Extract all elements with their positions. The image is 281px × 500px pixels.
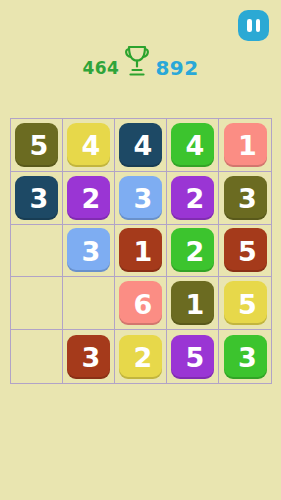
tile-lightblue-3[interactable]: 3 [67, 228, 110, 272]
grid-cell: 4 [115, 119, 167, 172]
tile-green-3[interactable]: 3 [224, 335, 267, 379]
grid-cell [11, 225, 63, 278]
tile-olive-5[interactable]: 5 [15, 123, 58, 167]
tile-salmon-1[interactable]: 1 [224, 123, 267, 167]
grid-cell: 3 [63, 330, 115, 383]
grid-cell: 4 [63, 119, 115, 172]
grid-cell: 3 [219, 172, 271, 225]
tile-yellow-4[interactable]: 4 [67, 123, 110, 167]
tile-purple-2[interactable]: 2 [67, 176, 110, 220]
grid-cell: 1 [167, 277, 219, 330]
tile-green-4[interactable]: 4 [171, 123, 214, 167]
score-display: 464 892 [0, 38, 281, 78]
grid-cell: 3 [63, 225, 115, 278]
tile-purple-5[interactable]: 5 [171, 335, 214, 379]
tile-green-2[interactable]: 2 [171, 228, 214, 272]
tile-darkred-5[interactable]: 5 [224, 228, 267, 272]
tile-lightblue-3[interactable]: 3 [119, 176, 162, 220]
grid-cell: 1 [115, 225, 167, 278]
grid-cell: 3 [115, 172, 167, 225]
grid-cell: 6 [115, 277, 167, 330]
tile-salmon-6[interactable]: 6 [119, 281, 162, 325]
tile-navy-4[interactable]: 4 [119, 123, 162, 167]
tile-olive-3[interactable]: 3 [224, 176, 267, 220]
grid-cell: 2 [115, 330, 167, 383]
grid-cell [63, 277, 115, 330]
grid-cell [11, 277, 63, 330]
tile-yellow-5[interactable]: 5 [224, 281, 267, 325]
score-best: 892 [155, 58, 198, 78]
pause-button[interactable] [238, 10, 269, 41]
tile-purple-2[interactable]: 2 [171, 176, 214, 220]
score-current: 464 [82, 60, 119, 77]
grid-cell: 5 [219, 277, 271, 330]
tile-darkred-3[interactable]: 3 [67, 335, 110, 379]
grid-cell: 2 [167, 225, 219, 278]
grid-cell: 4 [167, 119, 219, 172]
board-grid: 544413232331256153253 [10, 118, 272, 384]
grid-cell: 5 [11, 119, 63, 172]
grid-cell: 2 [167, 172, 219, 225]
pause-icon [247, 19, 260, 32]
tile-navy-3[interactable]: 3 [15, 176, 58, 220]
grid-cell: 3 [219, 330, 271, 383]
grid-cell: 5 [167, 330, 219, 383]
grid-cell [11, 330, 63, 383]
grid-cell: 2 [63, 172, 115, 225]
tile-olive-1[interactable]: 1 [171, 281, 214, 325]
tile-yellow-2[interactable]: 2 [119, 335, 162, 379]
grid-cell: 3 [11, 172, 63, 225]
trophy-icon [124, 44, 150, 78]
game-screen: { "game": "number-tile merge puzzle (5x5… [0, 0, 281, 500]
tile-darkred-1[interactable]: 1 [119, 228, 162, 272]
grid-cell: 5 [219, 225, 271, 278]
grid-cell: 1 [219, 119, 271, 172]
